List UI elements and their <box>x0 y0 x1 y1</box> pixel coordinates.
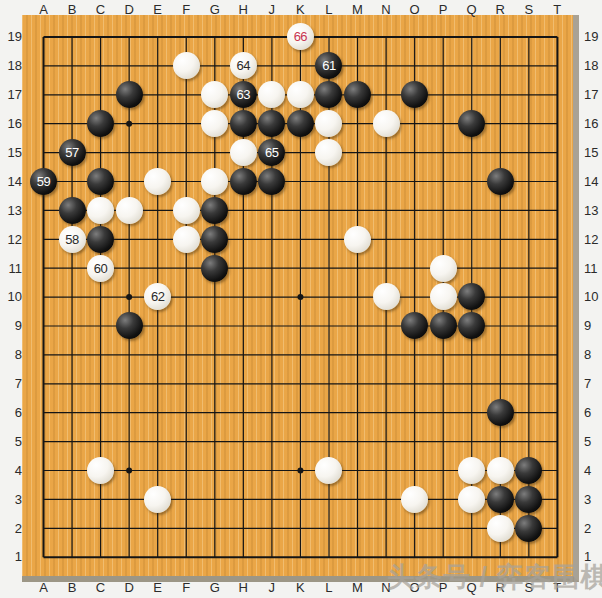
stone-N10 <box>373 283 400 310</box>
stone-H14 <box>230 168 257 195</box>
stone-H18: 64 <box>230 52 257 79</box>
column-label: J <box>258 580 287 595</box>
stone-C11: 60 <box>87 255 114 282</box>
stone-P9 <box>430 312 457 339</box>
move-number: 59 <box>37 175 50 188</box>
stone-D13 <box>116 197 143 224</box>
row-label: 10 <box>0 283 26 312</box>
row-label: 11 <box>582 254 602 283</box>
stone-B13 <box>59 197 86 224</box>
row-label: 6 <box>0 398 26 427</box>
row-label: 9 <box>582 311 602 340</box>
watermark: 头条号 / 弈客围棋 <box>387 559 602 595</box>
column-label: A <box>29 2 58 17</box>
move-number: 65 <box>265 146 278 159</box>
row-label: 10 <box>582 283 602 312</box>
row-label: 3 <box>0 485 26 514</box>
column-label: F <box>172 580 201 595</box>
move-number: 62 <box>151 290 164 303</box>
column-label: E <box>143 580 172 595</box>
stone-R6 <box>487 399 514 426</box>
stone-C12 <box>87 226 114 253</box>
row-label: 5 <box>582 427 602 456</box>
stone-E3 <box>144 486 171 513</box>
stone-O3 <box>401 486 428 513</box>
column-label: J <box>258 2 287 17</box>
stone-K17 <box>287 81 314 108</box>
move-number: 66 <box>294 30 307 43</box>
row-label: 2 <box>0 514 26 543</box>
row-label: 13 <box>0 196 26 225</box>
stone-L17 <box>315 81 342 108</box>
column-label: M <box>343 580 372 595</box>
column-label: N <box>372 2 401 17</box>
column-label: F <box>172 2 201 17</box>
stones-layer: 66646163576559586062 <box>29 23 571 572</box>
move-number: 63 <box>237 88 250 101</box>
stone-Q10 <box>458 283 485 310</box>
row-label: 17 <box>582 80 602 109</box>
stone-S2 <box>515 515 542 542</box>
row-label: 16 <box>582 109 602 138</box>
row-label: 3 <box>582 485 602 514</box>
stone-G13 <box>201 197 228 224</box>
column-label: L <box>315 580 344 595</box>
stone-F13 <box>173 197 200 224</box>
row-label: 15 <box>582 138 602 167</box>
stone-G12 <box>201 226 228 253</box>
stone-S3 <box>515 486 542 513</box>
stone-P10 <box>430 283 457 310</box>
stone-G16 <box>201 110 228 137</box>
column-label: A <box>29 580 58 595</box>
stone-Q9 <box>458 312 485 339</box>
stone-D17 <box>116 81 143 108</box>
stone-O9 <box>401 312 428 339</box>
row-labels-left: 19181716151413121110987654321 <box>0 23 26 572</box>
stone-L15 <box>315 139 342 166</box>
column-label: Q <box>457 2 486 17</box>
column-label: B <box>58 580 87 595</box>
row-label: 11 <box>0 254 26 283</box>
stone-R14 <box>487 168 514 195</box>
stone-G11 <box>201 255 228 282</box>
column-label: G <box>200 2 229 17</box>
column-label: T <box>543 2 572 17</box>
stone-E14 <box>144 168 171 195</box>
stone-H16 <box>230 110 257 137</box>
column-label: G <box>200 580 229 595</box>
row-label: 6 <box>582 398 602 427</box>
row-label: 18 <box>582 51 602 80</box>
move-number: 60 <box>94 262 107 275</box>
stone-J14 <box>258 168 285 195</box>
stone-L4 <box>315 457 342 484</box>
stone-H17: 63 <box>230 81 257 108</box>
column-label: H <box>229 580 258 595</box>
column-label: H <box>229 2 258 17</box>
row-label: 4 <box>582 456 602 485</box>
row-label: 12 <box>0 225 26 254</box>
stone-D9 <box>116 312 143 339</box>
row-label: 15 <box>0 138 26 167</box>
row-label: 14 <box>0 167 26 196</box>
column-label: P <box>429 2 458 17</box>
row-label: 7 <box>0 369 26 398</box>
row-label: 8 <box>0 340 26 369</box>
stone-G14 <box>201 168 228 195</box>
column-labels-top: ABCDEFGHJKLMNOPQRST <box>29 2 572 17</box>
stone-C13 <box>87 197 114 224</box>
move-number: 64 <box>237 59 250 72</box>
column-label: B <box>58 2 87 17</box>
row-label: 7 <box>582 369 602 398</box>
stone-C16 <box>87 110 114 137</box>
stone-Q16 <box>458 110 485 137</box>
stone-K19: 66 <box>287 23 314 50</box>
column-label: E <box>143 2 172 17</box>
stone-B15: 57 <box>59 139 86 166</box>
stone-P11 <box>430 255 457 282</box>
row-label: 12 <box>582 225 602 254</box>
stone-C4 <box>87 457 114 484</box>
stone-R4 <box>487 457 514 484</box>
move-number: 57 <box>65 146 78 159</box>
row-label: 19 <box>0 23 26 52</box>
stone-B12: 58 <box>59 226 86 253</box>
row-label: 2 <box>582 514 602 543</box>
stone-Q3 <box>458 486 485 513</box>
stone-C14 <box>87 168 114 195</box>
row-label: 17 <box>0 80 26 109</box>
column-label: O <box>400 2 429 17</box>
stone-L16 <box>315 110 342 137</box>
stone-J17 <box>258 81 285 108</box>
row-label: 9 <box>0 311 26 340</box>
stone-F18 <box>173 52 200 79</box>
stone-M17 <box>344 81 371 108</box>
stone-S4 <box>515 457 542 484</box>
stone-F12 <box>173 226 200 253</box>
column-label: K <box>286 580 315 595</box>
stone-J15: 65 <box>258 139 285 166</box>
stone-R3 <box>487 486 514 513</box>
column-label: M <box>343 2 372 17</box>
stone-A14: 59 <box>30 168 57 195</box>
stone-H15 <box>230 139 257 166</box>
stone-R2 <box>487 515 514 542</box>
stone-M12 <box>344 226 371 253</box>
go-diagram: ABCDEFGHJKLMNOPQRST ABCDEFGHJKLMNOPQRST … <box>0 0 602 598</box>
column-label: D <box>115 2 144 17</box>
move-number: 61 <box>322 59 335 72</box>
column-label: S <box>514 2 543 17</box>
row-label: 13 <box>582 196 602 225</box>
row-label: 1 <box>0 543 26 572</box>
row-label: 19 <box>582 23 602 52</box>
row-label: 14 <box>582 167 602 196</box>
stone-N16 <box>373 110 400 137</box>
row-label: 18 <box>0 51 26 80</box>
stone-G17 <box>201 81 228 108</box>
stone-L18: 61 <box>315 52 342 79</box>
row-labels-right: 19181716151413121110987654321 <box>582 23 602 572</box>
row-label: 8 <box>582 340 602 369</box>
row-label: 16 <box>0 109 26 138</box>
column-label: C <box>86 2 115 17</box>
stone-J16 <box>258 110 285 137</box>
stone-E10: 62 <box>144 283 171 310</box>
column-label: C <box>86 580 115 595</box>
row-label: 5 <box>0 427 26 456</box>
column-label: R <box>486 2 515 17</box>
row-label: 4 <box>0 456 26 485</box>
stone-Q4 <box>458 457 485 484</box>
column-label: K <box>286 2 315 17</box>
stone-O17 <box>401 81 428 108</box>
column-label: L <box>315 2 344 17</box>
move-number: 58 <box>65 233 78 246</box>
stone-K16 <box>287 110 314 137</box>
column-label: D <box>115 580 144 595</box>
